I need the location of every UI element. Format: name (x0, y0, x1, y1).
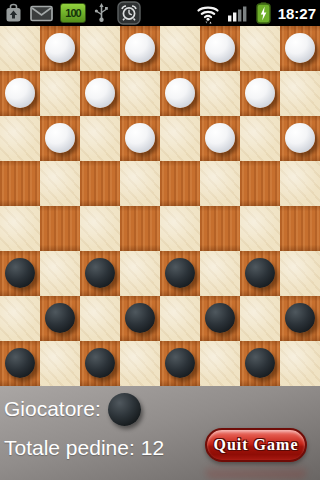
board-cell[interactable] (40, 71, 80, 116)
board-cell[interactable] (40, 161, 80, 206)
battery-widget-100: 100 (60, 3, 86, 23)
total-pieces-value: 12 (141, 436, 164, 460)
wifi-icon (195, 3, 221, 24)
checker-black[interactable] (205, 303, 235, 333)
board-cell[interactable] (280, 116, 320, 161)
board-cell[interactable] (280, 71, 320, 116)
board-cell[interactable] (80, 71, 120, 116)
checker-black[interactable] (245, 348, 275, 378)
checker-white[interactable] (285, 123, 315, 153)
checker-white[interactable] (245, 78, 275, 108)
email-notification-icon (30, 5, 53, 22)
total-pieces-label: Totale pedine: (4, 436, 135, 460)
checker-black[interactable] (5, 258, 35, 288)
clock-time: 18:27 (278, 5, 316, 22)
battery-charging-icon (256, 2, 271, 24)
board-cell[interactable] (160, 26, 200, 71)
checker-black[interactable] (285, 303, 315, 333)
board-cell[interactable] (120, 116, 160, 161)
board-cell[interactable] (120, 71, 160, 116)
board-cell[interactable] (200, 251, 240, 296)
checker-white[interactable] (125, 33, 155, 63)
board-cell[interactable] (120, 26, 160, 71)
board-cell[interactable] (0, 251, 40, 296)
board-cell[interactable] (280, 341, 320, 386)
board-cell[interactable] (160, 161, 200, 206)
board-cell[interactable] (160, 71, 200, 116)
board-cell[interactable] (40, 296, 80, 341)
board-cell[interactable] (160, 116, 200, 161)
board-cell[interactable] (120, 341, 160, 386)
board-cell[interactable] (80, 26, 120, 71)
board-cell[interactable] (120, 206, 160, 251)
board-cell[interactable] (40, 341, 80, 386)
checker-black[interactable] (165, 348, 195, 378)
board-cell[interactable] (40, 206, 80, 251)
board-cell[interactable] (160, 251, 200, 296)
checker-white[interactable] (5, 78, 35, 108)
board-cell[interactable] (240, 341, 280, 386)
board-cell[interactable] (200, 71, 240, 116)
board-cell[interactable] (200, 116, 240, 161)
board-cell[interactable] (0, 71, 40, 116)
quit-game-button-label: Quit Game (214, 436, 299, 454)
board-cell[interactable] (240, 251, 280, 296)
board-cell[interactable] (280, 206, 320, 251)
status-bar[interactable]: 100 (0, 0, 320, 26)
board-cell[interactable] (200, 206, 240, 251)
signal-strength-icon (228, 5, 249, 22)
checker-black[interactable] (125, 303, 155, 333)
checker-white[interactable] (125, 123, 155, 153)
board-cell[interactable] (0, 26, 40, 71)
checker-black[interactable] (245, 258, 275, 288)
checker-black[interactable] (5, 348, 35, 378)
board-cell[interactable] (200, 161, 240, 206)
board-cell[interactable] (240, 116, 280, 161)
board-cell[interactable] (280, 26, 320, 71)
quit-game-button[interactable]: Quit Game (205, 428, 307, 462)
quit-button-reflection (205, 464, 307, 478)
checker-white[interactable] (165, 78, 195, 108)
board-cell[interactable] (120, 296, 160, 341)
board-cell[interactable] (40, 251, 80, 296)
board-cell[interactable] (240, 206, 280, 251)
board-cell[interactable] (0, 296, 40, 341)
board-cell[interactable] (0, 341, 40, 386)
board-cell[interactable] (240, 161, 280, 206)
board-cell[interactable] (80, 116, 120, 161)
board-cell[interactable] (160, 206, 200, 251)
checker-black[interactable] (85, 258, 115, 288)
board-cell[interactable] (0, 206, 40, 251)
player-label: Giocatore: (4, 397, 101, 421)
board-cell[interactable] (80, 161, 120, 206)
checker-black[interactable] (45, 303, 75, 333)
usb-connected-icon (93, 2, 110, 24)
checker-white[interactable] (285, 33, 315, 63)
checker-white[interactable] (45, 123, 75, 153)
board-cell[interactable] (280, 161, 320, 206)
board-cell[interactable] (80, 206, 120, 251)
checker-white[interactable] (205, 33, 235, 63)
board-cell[interactable] (280, 251, 320, 296)
checker-white[interactable] (205, 123, 235, 153)
app-screen: 100 (0, 0, 320, 480)
board-cell[interactable] (80, 296, 120, 341)
board-cell[interactable] (240, 26, 280, 71)
info-panel: Giocatore: Totale pedine: 12 Quit Game (0, 386, 320, 480)
current-player-row: Giocatore: (4, 391, 141, 427)
checker-black[interactable] (165, 258, 195, 288)
current-player-piece-black (108, 393, 141, 426)
board-cell[interactable] (200, 26, 240, 71)
board-cell[interactable] (40, 26, 80, 71)
board-cell[interactable] (0, 116, 40, 161)
battery-widget-label: 100 (65, 7, 80, 19)
board[interactable] (0, 26, 320, 386)
board-cell[interactable] (280, 296, 320, 341)
board-cell[interactable] (160, 341, 200, 386)
checker-white[interactable] (85, 78, 115, 108)
board-cell[interactable] (200, 341, 240, 386)
board-cell[interactable] (120, 251, 160, 296)
board-cell[interactable] (240, 296, 280, 341)
board-cell[interactable] (160, 296, 200, 341)
board-cell[interactable] (120, 161, 160, 206)
board-cell[interactable] (200, 296, 240, 341)
board-cell[interactable] (0, 161, 40, 206)
alarm-clock-icon (117, 1, 141, 25)
update-notification-icon (4, 2, 23, 24)
checker-black[interactable] (85, 348, 115, 378)
total-pieces-row: Totale pedine: 12 (4, 436, 164, 460)
board-cell[interactable] (80, 251, 120, 296)
checker-white[interactable] (45, 33, 75, 63)
board-cell[interactable] (80, 341, 120, 386)
board-cell[interactable] (40, 116, 80, 161)
board-cell[interactable] (240, 71, 280, 116)
